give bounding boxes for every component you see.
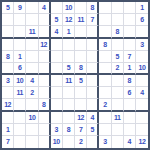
cell-r8c5-empty[interactable] [51, 87, 63, 99]
cell-r3c7-empty[interactable] [75, 26, 87, 38]
cell-r6c1-empty[interactable] [2, 63, 14, 75]
cell-r3c6-given[interactable]: 1 [63, 26, 75, 38]
cell-r10c2-empty[interactable] [14, 112, 26, 124]
cell-r4c11-empty[interactable] [124, 39, 136, 51]
cell-r3c4-empty[interactable] [39, 26, 51, 38]
cell-r3c1-empty[interactable] [2, 26, 14, 38]
cell-r12c6-empty[interactable] [63, 136, 75, 148]
cell-r11c11-empty[interactable] [124, 124, 136, 136]
cell-r4c12-given[interactable]: 3 [136, 39, 148, 51]
cell-r9c7-empty[interactable] [75, 99, 87, 111]
cell-r5c5-empty[interactable] [51, 51, 63, 63]
cell-r1c12-given[interactable]: 1 [136, 2, 148, 14]
cell-r3c12-empty[interactable] [136, 26, 148, 38]
cell-r6c2-given[interactable]: 6 [14, 63, 26, 75]
cell-r1c10-empty[interactable] [112, 2, 124, 14]
cell-r9c3-empty[interactable] [26, 99, 38, 111]
cell-r10c4-empty[interactable] [39, 112, 51, 124]
cell-r1c5-empty[interactable] [51, 2, 63, 14]
cell-r3c8-empty[interactable] [87, 26, 99, 38]
cell-r6c6-given[interactable]: 5 [63, 63, 75, 75]
cell-r5c7-empty[interactable] [75, 51, 87, 63]
cell-r12c8-empty[interactable] [87, 136, 99, 148]
cell-r2c12-given[interactable]: 6 [136, 14, 148, 26]
cell-r5c10-given[interactable]: 5 [112, 51, 124, 63]
cell-r12c9-given[interactable]: 3 [99, 136, 111, 148]
cell-r3c11-empty[interactable] [124, 26, 136, 38]
cell-r2c3-empty[interactable] [26, 14, 38, 26]
cell-r10c9-empty[interactable] [99, 112, 111, 124]
cell-r8c3-given[interactable]: 2 [26, 87, 38, 99]
cell-r11c4-empty[interactable] [39, 124, 51, 136]
cell-r10c5-empty[interactable] [51, 112, 63, 124]
cell-r11c9-empty[interactable] [99, 124, 111, 136]
cell-r12c1-given[interactable]: 7 [2, 136, 14, 148]
cell-r10c7-given[interactable]: 12 [75, 112, 87, 124]
cell-r12c5-given[interactable]: 10 [51, 136, 63, 148]
cell-r7c9-empty[interactable] [99, 75, 111, 87]
cell-r11c10-empty[interactable] [112, 124, 124, 136]
cell-r2c1-empty[interactable] [2, 14, 14, 26]
cell-r4c8-empty[interactable] [87, 39, 99, 51]
cell-r2c11-empty[interactable] [124, 14, 136, 26]
cell-r9c1-given[interactable]: 12 [2, 99, 14, 111]
cell-r12c10-empty[interactable] [112, 136, 124, 148]
cell-r2c9-empty[interactable] [99, 14, 111, 26]
cell-r1c11-empty[interactable] [124, 2, 136, 14]
cell-r2c4-empty[interactable] [39, 14, 51, 26]
cell-r10c6-empty[interactable] [63, 112, 75, 124]
cell-r5c4-empty[interactable] [39, 51, 51, 63]
cell-r6c12-given[interactable]: 10 [136, 63, 148, 75]
cell-r4c5-empty[interactable] [51, 39, 63, 51]
cell-r4c1-empty[interactable] [2, 39, 14, 51]
cell-r8c11-given[interactable]: 6 [124, 87, 136, 99]
cell-r12c11-given[interactable]: 4 [124, 136, 136, 148]
cell-r6c10-given[interactable]: 2 [112, 63, 124, 75]
cell-r8c8-empty[interactable] [87, 87, 99, 99]
cell-r11c5-given[interactable]: 3 [51, 124, 63, 136]
cell-r3c3-given[interactable]: 11 [26, 26, 38, 38]
cell-r6c11-given[interactable]: 1 [124, 63, 136, 75]
cell-r8c10-empty[interactable] [112, 87, 124, 99]
cell-r12c2-empty[interactable] [14, 136, 26, 148]
cell-r6c5-empty[interactable] [51, 63, 63, 75]
cell-r6c4-empty[interactable] [39, 63, 51, 75]
cell-r9c9-given[interactable]: 2 [99, 99, 111, 111]
cell-r11c2-empty[interactable] [14, 124, 26, 136]
cell-r8c12-given[interactable]: 4 [136, 87, 148, 99]
sudoku-board: 5941081512117611418128381576582110310411… [0, 0, 150, 150]
cell-r10c8-given[interactable]: 4 [87, 112, 99, 124]
cell-r1c2-given[interactable]: 9 [14, 2, 26, 14]
cell-r2c6-given[interactable]: 12 [63, 14, 75, 26]
cell-r9c10-empty[interactable] [112, 99, 124, 111]
cell-r5c1-given[interactable]: 8 [2, 51, 14, 63]
cell-r4c2-empty[interactable] [14, 39, 26, 51]
cell-r7c5-empty[interactable] [51, 75, 63, 87]
cell-r8c6-empty[interactable] [63, 87, 75, 99]
cell-r7c11-given[interactable]: 8 [124, 75, 136, 87]
cell-r12c4-empty[interactable] [39, 136, 51, 148]
cell-r7c1-given[interactable]: 3 [2, 75, 14, 87]
cell-r7c3-given[interactable]: 4 [26, 75, 38, 87]
cell-r9c12-empty[interactable] [136, 99, 148, 111]
cell-r10c11-empty[interactable] [124, 112, 136, 124]
cell-r1c1-given[interactable]: 5 [2, 2, 14, 14]
cell-r1c9-empty[interactable] [99, 2, 111, 14]
cell-r6c7-given[interactable]: 8 [75, 63, 87, 75]
cell-r3c2-empty[interactable] [14, 26, 26, 38]
cell-r8c7-empty[interactable] [75, 87, 87, 99]
cell-r3c5-given[interactable]: 4 [51, 26, 63, 38]
cell-r11c6-given[interactable]: 8 [63, 124, 75, 136]
cell-r5c11-given[interactable]: 7 [124, 51, 136, 63]
cell-r5c6-empty[interactable] [63, 51, 75, 63]
cell-r9c8-empty[interactable] [87, 99, 99, 111]
cell-r7c2-given[interactable]: 10 [14, 75, 26, 87]
cell-r4c4-given[interactable]: 12 [39, 39, 51, 51]
cell-r8c2-given[interactable]: 11 [14, 87, 26, 99]
cell-r7c7-given[interactable]: 5 [75, 75, 87, 87]
cell-r5c8-empty[interactable] [87, 51, 99, 63]
cell-r7c12-empty[interactable] [136, 75, 148, 87]
cell-r4c9-given[interactable]: 8 [99, 39, 111, 51]
cell-r6c3-empty[interactable] [26, 63, 38, 75]
cell-r10c12-empty[interactable] [136, 112, 148, 124]
cell-r7c10-empty[interactable] [112, 75, 124, 87]
cell-r4c3-empty[interactable] [26, 39, 38, 51]
cell-r2c7-given[interactable]: 11 [75, 14, 87, 26]
cell-r2c8-given[interactable]: 7 [87, 14, 99, 26]
cell-r4c7-empty[interactable] [75, 39, 87, 51]
cell-r11c3-empty[interactable] [26, 124, 38, 136]
cell-r2c5-given[interactable]: 5 [51, 14, 63, 26]
cell-r1c8-given[interactable]: 8 [87, 2, 99, 14]
cell-r9c2-empty[interactable] [14, 99, 26, 111]
cell-r10c10-given[interactable]: 11 [112, 112, 124, 124]
cell-r9c11-empty[interactable] [124, 99, 136, 111]
cell-r2c2-empty[interactable] [14, 14, 26, 26]
cell-r12c7-given[interactable]: 2 [75, 136, 87, 148]
cell-r12c3-empty[interactable] [26, 136, 38, 148]
cell-r11c1-given[interactable]: 1 [2, 124, 14, 136]
cell-r9c6-empty[interactable] [63, 99, 75, 111]
cell-r11c8-given[interactable]: 5 [87, 124, 99, 136]
cell-r6c8-empty[interactable] [87, 63, 99, 75]
cell-r1c4-given[interactable]: 4 [39, 2, 51, 14]
cell-r6c9-empty[interactable] [99, 63, 111, 75]
cell-r3c10-given[interactable]: 8 [112, 26, 124, 38]
cell-r5c12-empty[interactable] [136, 51, 148, 63]
cell-r10c1-empty[interactable] [2, 112, 14, 124]
cell-r8c9-empty[interactable] [99, 87, 111, 99]
cell-r11c12-empty[interactable] [136, 124, 148, 136]
cell-r5c3-empty[interactable] [26, 51, 38, 63]
cell-r4c6-empty[interactable] [63, 39, 75, 51]
cell-r2c10-empty[interactable] [112, 14, 124, 26]
cell-r10c3-given[interactable]: 10 [26, 112, 38, 124]
cell-r8c1-empty[interactable] [2, 87, 14, 99]
cell-r1c7-empty[interactable] [75, 2, 87, 14]
cell-r9c4-given[interactable]: 8 [39, 99, 51, 111]
cell-r3c9-empty[interactable] [99, 26, 111, 38]
cell-r1c6-given[interactable]: 10 [63, 2, 75, 14]
cell-r7c8-empty[interactable] [87, 75, 99, 87]
cell-r12c12-given[interactable]: 12 [136, 136, 148, 148]
cell-r9c5-empty[interactable] [51, 99, 63, 111]
cell-r7c6-given[interactable]: 11 [63, 75, 75, 87]
cell-r4c10-empty[interactable] [112, 39, 124, 51]
cell-r7c4-empty[interactable] [39, 75, 51, 87]
cell-r11c7-given[interactable]: 7 [75, 124, 87, 136]
cell-r5c2-given[interactable]: 1 [14, 51, 26, 63]
cell-r8c4-empty[interactable] [39, 87, 51, 99]
cell-r5c9-empty[interactable] [99, 51, 111, 63]
cell-r1c3-empty[interactable] [26, 2, 38, 14]
